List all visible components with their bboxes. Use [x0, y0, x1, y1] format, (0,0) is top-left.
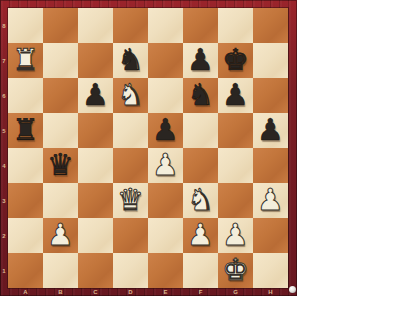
piece-black-king-g7[interactable]: ♚: [222, 42, 249, 77]
square-e5[interactable]: ♟: [148, 113, 183, 148]
rank-label-3: 3: [0, 183, 8, 218]
square-h7[interactable]: [253, 43, 288, 78]
square-f8[interactable]: [183, 8, 218, 43]
square-c2[interactable]: [78, 218, 113, 253]
square-d3[interactable]: ♛: [113, 183, 148, 218]
square-d5[interactable]: [113, 113, 148, 148]
square-f3[interactable]: ♞: [183, 183, 218, 218]
square-h4[interactable]: [253, 148, 288, 183]
square-a1[interactable]: [8, 253, 43, 288]
rank-label-5: 5: [0, 113, 8, 148]
square-a2[interactable]: [8, 218, 43, 253]
piece-black-pawn-h5[interactable]: ♟: [257, 112, 284, 147]
square-e2[interactable]: [148, 218, 183, 253]
square-e3[interactable]: [148, 183, 183, 218]
piece-white-pawn-e4[interactable]: ♟: [152, 147, 179, 182]
rank-label-6: 6: [0, 78, 8, 113]
square-g4[interactable]: [218, 148, 253, 183]
square-b6[interactable]: [43, 78, 78, 113]
square-f6[interactable]: ♞: [183, 78, 218, 113]
piece-black-pawn-c6[interactable]: ♟: [82, 77, 109, 112]
square-h3[interactable]: ♟: [253, 183, 288, 218]
piece-black-queen-b4[interactable]: ♛: [47, 147, 74, 182]
square-f7[interactable]: ♟: [183, 43, 218, 78]
square-c5[interactable]: [78, 113, 113, 148]
square-e1[interactable]: [148, 253, 183, 288]
square-b1[interactable]: [43, 253, 78, 288]
square-a7[interactable]: ♜: [8, 43, 43, 78]
square-e7[interactable]: [148, 43, 183, 78]
piece-black-knight-f6[interactable]: ♞: [187, 77, 214, 112]
square-d6[interactable]: ♞: [113, 78, 148, 113]
square-g7[interactable]: ♚: [218, 43, 253, 78]
square-e6[interactable]: [148, 78, 183, 113]
file-label-c: C: [78, 287, 113, 296]
piece-black-pawn-g6[interactable]: ♟: [222, 77, 249, 112]
piece-white-pawn-h3[interactable]: ♟: [257, 182, 284, 217]
rank-label-4: 4: [0, 148, 8, 183]
square-b2[interactable]: ♟: [43, 218, 78, 253]
rank-label-1: 1: [0, 253, 8, 288]
piece-white-knight-d6[interactable]: ♞: [117, 77, 144, 112]
square-d8[interactable]: [113, 8, 148, 43]
white-dot-icon: [289, 286, 296, 293]
piece-white-queen-d3[interactable]: ♛: [117, 182, 144, 217]
square-c1[interactable]: [78, 253, 113, 288]
piece-black-pawn-e5[interactable]: ♟: [152, 112, 179, 147]
file-label-e: E: [148, 287, 183, 296]
square-g8[interactable]: [218, 8, 253, 43]
piece-white-pawn-g2[interactable]: ♟: [222, 217, 249, 252]
square-f4[interactable]: [183, 148, 218, 183]
rank-label-7: 7: [0, 43, 8, 78]
square-f1[interactable]: [183, 253, 218, 288]
square-g5[interactable]: [218, 113, 253, 148]
square-a4[interactable]: [8, 148, 43, 183]
square-d1[interactable]: [113, 253, 148, 288]
file-labels: ABCDEFGH: [8, 287, 288, 296]
piece-black-pawn-f7[interactable]: ♟: [187, 42, 214, 77]
square-h8[interactable]: [253, 8, 288, 43]
piece-black-rook-a5[interactable]: ♜: [12, 112, 39, 147]
square-b3[interactable]: [43, 183, 78, 218]
file-label-d: D: [113, 287, 148, 296]
square-h6[interactable]: [253, 78, 288, 113]
square-g3[interactable]: [218, 183, 253, 218]
square-f2[interactable]: ♟: [183, 218, 218, 253]
square-c3[interactable]: [78, 183, 113, 218]
file-label-g: G: [218, 287, 253, 296]
square-c7[interactable]: [78, 43, 113, 78]
square-h5[interactable]: ♟: [253, 113, 288, 148]
square-d7[interactable]: ♞: [113, 43, 148, 78]
rank-labels: 87654321: [0, 8, 8, 288]
square-f5[interactable]: [183, 113, 218, 148]
chess-board-frame: 87654321 ♜♞♟♚♟♞♞♟♜♟♟♛♟♛♞♟♟♟♟♚ ABCDEFGH: [0, 0, 297, 296]
square-b5[interactable]: [43, 113, 78, 148]
square-e4[interactable]: ♟: [148, 148, 183, 183]
file-label-b: B: [43, 287, 78, 296]
piece-black-knight-d7[interactable]: ♞: [117, 42, 144, 77]
square-h2[interactable]: [253, 218, 288, 253]
piece-white-rook-a7[interactable]: ♜: [12, 42, 39, 77]
rank-label-8: 8: [0, 8, 8, 43]
square-c4[interactable]: [78, 148, 113, 183]
square-a3[interactable]: [8, 183, 43, 218]
piece-white-pawn-b2[interactable]: ♟: [47, 217, 74, 252]
piece-white-king-g1[interactable]: ♚: [222, 252, 249, 287]
square-h1[interactable]: [253, 253, 288, 288]
square-d2[interactable]: [113, 218, 148, 253]
square-c8[interactable]: [78, 8, 113, 43]
square-g6[interactable]: ♟: [218, 78, 253, 113]
square-b4[interactable]: ♛: [43, 148, 78, 183]
square-b8[interactable]: [43, 8, 78, 43]
piece-white-knight-f3[interactable]: ♞: [187, 182, 214, 217]
rank-label-2: 2: [0, 218, 8, 253]
square-a5[interactable]: ♜: [8, 113, 43, 148]
file-label-h: H: [253, 287, 288, 296]
square-b7[interactable]: [43, 43, 78, 78]
square-a8[interactable]: [8, 8, 43, 43]
file-label-f: F: [183, 287, 218, 296]
square-g1[interactable]: ♚: [218, 253, 253, 288]
square-d4[interactable]: [113, 148, 148, 183]
square-a6[interactable]: [8, 78, 43, 113]
piece-white-pawn-f2[interactable]: ♟: [187, 217, 214, 252]
square-c6[interactable]: ♟: [78, 78, 113, 113]
file-label-a: A: [8, 287, 43, 296]
square-e8[interactable]: [148, 8, 183, 43]
square-g2[interactable]: ♟: [218, 218, 253, 253]
chess-board[interactable]: ♜♞♟♚♟♞♞♟♜♟♟♛♟♛♞♟♟♟♟♚: [8, 8, 288, 288]
